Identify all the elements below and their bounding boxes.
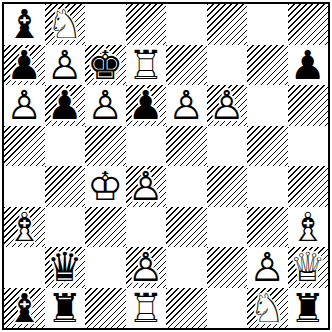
black-pawn: ♟: [288, 45, 329, 86]
black-queen: ♛: [45, 247, 86, 288]
square-a5[interactable]: [4, 126, 45, 167]
white-pawn: ♙: [85, 85, 126, 126]
square-c1[interactable]: [85, 288, 126, 329]
square-b4[interactable]: [45, 166, 86, 207]
white-pawn-halo: ♟: [45, 45, 86, 86]
white-rook-halo: ♜: [126, 288, 167, 329]
square-h2[interactable]: ♛♕: [288, 247, 329, 288]
white-rook-halo: ♜: [126, 45, 167, 86]
square-b8[interactable]: ♞♘: [45, 4, 86, 45]
square-g8[interactable]: [247, 4, 288, 45]
black-king-halo: ♚: [85, 45, 126, 86]
black-pawn-halo: ♟: [45, 85, 86, 126]
white-pawn: ♙: [126, 166, 167, 207]
white-rook: ♖: [126, 45, 167, 86]
white-pawn-halo: ♟: [126, 166, 167, 207]
square-d4[interactable]: ♟♙: [126, 166, 167, 207]
white-pawn: ♙: [207, 85, 248, 126]
square-a4[interactable]: [4, 166, 45, 207]
black-king: ♚: [85, 45, 126, 86]
square-b3[interactable]: [45, 207, 86, 248]
square-f1[interactable]: [207, 288, 248, 329]
white-knight-halo: ♞: [45, 4, 86, 45]
black-bishop-halo: ♝: [4, 4, 45, 45]
square-a3[interactable]: ♝♗: [4, 207, 45, 248]
white-pawn-halo: ♟: [166, 85, 207, 126]
square-h5[interactable]: [288, 126, 329, 167]
white-rook: ♖: [126, 288, 167, 329]
square-g2[interactable]: ♟♙: [247, 247, 288, 288]
white-pawn-halo: ♟: [247, 247, 288, 288]
square-a8[interactable]: ♝♝: [4, 4, 45, 45]
square-f5[interactable]: [207, 126, 248, 167]
black-rook-halo: ♜: [45, 288, 86, 329]
white-pawn: ♙: [166, 85, 207, 126]
square-d6[interactable]: ♟♟: [126, 85, 167, 126]
square-b2[interactable]: ♛♛: [45, 247, 86, 288]
square-f6[interactable]: ♟♙: [207, 85, 248, 126]
square-h4[interactable]: [288, 166, 329, 207]
square-c3[interactable]: [85, 207, 126, 248]
black-pawn-halo: ♟: [288, 45, 329, 86]
square-a1[interactable]: ♝♝: [4, 288, 45, 329]
square-e6[interactable]: ♟♙: [166, 85, 207, 126]
white-pawn-halo: ♟: [207, 85, 248, 126]
square-c7[interactable]: ♚♚: [85, 45, 126, 86]
black-pawn-halo: ♟: [4, 45, 45, 86]
white-knight-halo: ♞: [247, 288, 288, 329]
white-king: ♔: [85, 166, 126, 207]
white-pawn: ♙: [247, 247, 288, 288]
square-h7[interactable]: ♟♟: [288, 45, 329, 86]
square-f4[interactable]: [207, 166, 248, 207]
white-bishop: ♗: [288, 207, 329, 248]
square-f8[interactable]: [207, 4, 248, 45]
black-queen-halo: ♛: [45, 247, 86, 288]
square-f2[interactable]: [207, 247, 248, 288]
white-knight: ♘: [45, 4, 86, 45]
white-queen-halo: ♛: [288, 247, 329, 288]
black-bishop: ♝: [4, 288, 45, 329]
black-rook: ♜: [288, 288, 329, 329]
square-c4[interactable]: ♚♔: [85, 166, 126, 207]
square-e2[interactable]: [166, 247, 207, 288]
square-h3[interactable]: ♝♗: [288, 207, 329, 248]
black-bishop: ♝: [4, 4, 45, 45]
square-e5[interactable]: [166, 126, 207, 167]
square-b6[interactable]: ♟♟: [45, 85, 86, 126]
square-g1[interactable]: ♞♘: [247, 288, 288, 329]
white-pawn-halo: ♟: [126, 247, 167, 288]
square-e8[interactable]: [166, 4, 207, 45]
white-pawn-halo: ♟: [4, 85, 45, 126]
square-f3[interactable]: [207, 207, 248, 248]
black-rook: ♜: [45, 288, 86, 329]
square-g4[interactable]: [247, 166, 288, 207]
black-rook-halo: ♜: [288, 288, 329, 329]
square-e4[interactable]: [166, 166, 207, 207]
square-a6[interactable]: ♟♙: [4, 85, 45, 126]
square-b5[interactable]: [45, 126, 86, 167]
square-b7[interactable]: ♟♙: [45, 45, 86, 86]
square-a7[interactable]: ♟♟: [4, 45, 45, 86]
white-king-halo: ♚: [85, 166, 126, 207]
square-d2[interactable]: ♟♙: [126, 247, 167, 288]
square-d1[interactable]: ♜♖: [126, 288, 167, 329]
square-a2[interactable]: [4, 247, 45, 288]
black-pawn: ♟: [4, 45, 45, 86]
black-pawn: ♟: [126, 85, 167, 126]
white-bishop-halo: ♝: [4, 207, 45, 248]
square-g7[interactable]: [247, 45, 288, 86]
square-c2[interactable]: [85, 247, 126, 288]
white-pawn: ♙: [4, 85, 45, 126]
black-bishop-halo: ♝: [4, 288, 45, 329]
square-h1[interactable]: ♜♜: [288, 288, 329, 329]
white-knight: ♘: [247, 288, 288, 329]
black-pawn: ♟: [45, 85, 86, 126]
square-c6[interactable]: ♟♙: [85, 85, 126, 126]
square-e3[interactable]: [166, 207, 207, 248]
square-c5[interactable]: [85, 126, 126, 167]
square-b1[interactable]: ♜♜: [45, 288, 86, 329]
white-bishop-halo: ♝: [288, 207, 329, 248]
white-pawn: ♙: [45, 45, 86, 86]
white-queen: ♕: [288, 247, 329, 288]
square-h8[interactable]: [288, 4, 329, 45]
white-pawn-halo: ♟: [85, 85, 126, 126]
black-pawn-halo: ♟: [126, 85, 167, 126]
square-h6[interactable]: [288, 85, 329, 126]
square-g5[interactable]: [247, 126, 288, 167]
square-d3[interactable]: [126, 207, 167, 248]
chess-board: ♝♝♞♘♟♟♟♙♚♚♜♖♟♟♟♙♟♟♟♙♟♟♟♙♟♙♚♔♟♙♝♗♝♗♛♛♟♙♟♙…: [2, 2, 330, 330]
square-d5[interactable]: [126, 126, 167, 167]
diagram-frame: ♝♝♞♘♟♟♟♙♚♚♜♖♟♟♟♙♟♟♟♙♟♟♟♙♟♙♚♔♟♙♝♗♝♗♛♛♟♙♟♙…: [0, 0, 332, 332]
square-e1[interactable]: [166, 288, 207, 329]
white-pawn: ♙: [126, 247, 167, 288]
square-g6[interactable]: [247, 85, 288, 126]
white-bishop: ♗: [4, 207, 45, 248]
square-g3[interactable]: [247, 207, 288, 248]
square-d8[interactable]: [126, 4, 167, 45]
square-c8[interactable]: [85, 4, 126, 45]
square-f7[interactable]: [207, 45, 248, 86]
square-e7[interactable]: [166, 45, 207, 86]
square-d7[interactable]: ♜♖: [126, 45, 167, 86]
